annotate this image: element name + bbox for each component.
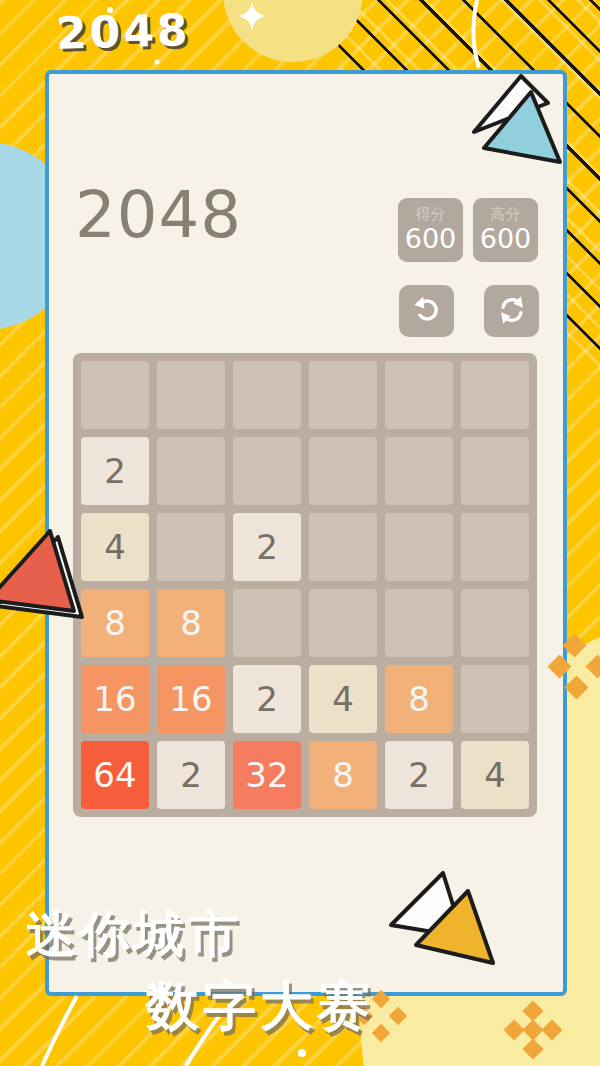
tile-2: 2: [233, 665, 301, 733]
empty-cell: [309, 589, 377, 657]
empty-cell: [157, 437, 225, 505]
best-score-value: 600: [480, 223, 532, 254]
tile-16: 16: [81, 665, 149, 733]
footer-slogan-line1: 迷你城市: [26, 901, 242, 968]
tile-8: 8: [81, 589, 149, 657]
empty-cell: [461, 361, 529, 429]
refresh-icon: [495, 293, 529, 330]
control-buttons: [399, 285, 539, 337]
best-score-box: 高分 600: [473, 198, 538, 262]
footer-slogan-line2: 数字大赛: [146, 971, 374, 1043]
empty-cell: [461, 437, 529, 505]
white-dot: [155, 60, 160, 65]
game-card: 2048 得分 600 高分 600: [45, 70, 567, 996]
empty-cell: [385, 589, 453, 657]
empty-cell: [461, 589, 529, 657]
tile-4: 4: [309, 665, 377, 733]
empty-cell: [309, 437, 377, 505]
empty-cell: [461, 665, 529, 733]
tile-16: 16: [157, 665, 225, 733]
empty-cell: [233, 589, 301, 657]
empty-cell: [309, 361, 377, 429]
empty-cell: [385, 513, 453, 581]
empty-cell: [157, 513, 225, 581]
game-title: 2048: [75, 178, 242, 252]
score-label: 得分: [416, 205, 446, 223]
tile-4: 4: [81, 513, 149, 581]
empty-cell: [385, 361, 453, 429]
tile-4: 4: [461, 741, 529, 809]
app-logo-2048: 2048: [55, 4, 191, 59]
best-score-label: 高分: [491, 205, 521, 223]
undo-icon: [410, 293, 444, 330]
tile-2: 2: [81, 437, 149, 505]
empty-cell: [309, 513, 377, 581]
empty-cell: [81, 361, 149, 429]
score-row: 得分 600 高分 600: [398, 198, 538, 262]
tile-8: 8: [309, 741, 377, 809]
tile-8: 8: [385, 665, 453, 733]
white-dot: [298, 1049, 306, 1057]
tile-8: 8: [157, 589, 225, 657]
empty-cell: [157, 361, 225, 429]
score-value: 600: [405, 223, 457, 254]
white-wavy-line-bottom-left: [42, 996, 77, 1066]
empty-cell: [385, 437, 453, 505]
tile-64: 64: [81, 741, 149, 809]
tile-2: 2: [233, 513, 301, 581]
undo-button[interactable]: [399, 285, 454, 337]
tile-2: 2: [385, 741, 453, 809]
empty-cell: [233, 437, 301, 505]
board[interactable]: 24288161624864232824: [73, 353, 537, 817]
tile-2: 2: [157, 741, 225, 809]
empty-cell: [461, 513, 529, 581]
score-box: 得分 600: [398, 198, 463, 262]
tile-32: 32: [233, 741, 301, 809]
restart-button[interactable]: [484, 285, 539, 337]
empty-cell: [233, 361, 301, 429]
